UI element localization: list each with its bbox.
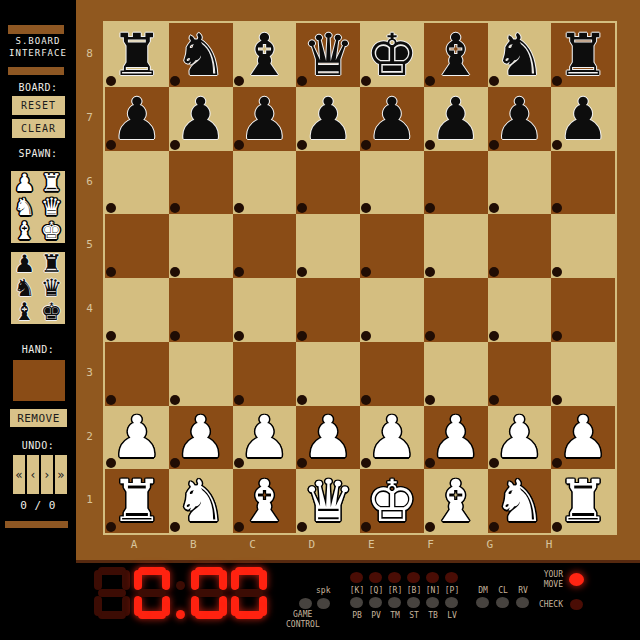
indicator-column-dm: DM (472, 571, 494, 623)
sensor-dot (361, 522, 371, 532)
square-h6[interactable] (551, 151, 615, 215)
piece-black-pawn: ♟ (366, 89, 418, 149)
file-label-e: E (361, 538, 381, 551)
rank-label-1: 1 (76, 493, 103, 506)
mode-led-lv (445, 597, 458, 608)
spawn-white-king[interactable]: ♚ (38, 219, 65, 243)
segment-e (94, 596, 102, 616)
segment-e (191, 596, 199, 616)
sensor-dot (106, 267, 116, 277)
sensor-dot (425, 331, 435, 341)
sensor-dot (489, 522, 499, 532)
segment-e (134, 596, 142, 616)
square-e6[interactable] (360, 151, 424, 215)
square-a2[interactable]: ♟ (105, 406, 169, 470)
segment-g (98, 589, 126, 597)
sensor-dot (106, 522, 116, 532)
rank-label-7: 7 (76, 111, 103, 124)
square-f2[interactable]: ♟ (424, 406, 488, 470)
file-label-h: H (539, 538, 559, 551)
sensor-dot (234, 140, 244, 150)
clock-digit-4 (231, 567, 267, 619)
your-move-label-line2: MOVE (527, 580, 563, 589)
piece-black-pawn: ♟ (557, 89, 609, 149)
spawn-white-queen[interactable]: ♛ (38, 195, 65, 219)
segment-f (191, 570, 199, 590)
square-b2[interactable]: ♟ (169, 406, 233, 470)
rank-label-4: 4 (76, 302, 103, 315)
control-panel: GAME CONTROL spk [K]PB[Q]PV[R]TM[B]ST[N]… (0, 563, 640, 640)
segment-g (138, 589, 166, 597)
divider-bar (8, 67, 64, 75)
rank-label-6: 6 (76, 175, 103, 188)
mode-led-cl (496, 597, 509, 608)
piece-white-bishop: ♝ (430, 471, 482, 531)
sensor-dot (361, 203, 371, 213)
square-h3[interactable] (551, 342, 615, 406)
piece-glyph: ♟ (14, 252, 36, 276)
square-b5[interactable] (169, 214, 233, 278)
square-f4[interactable] (424, 278, 488, 342)
piece-glyph: ♟ (14, 171, 36, 195)
sensor-dot (425, 140, 435, 150)
spawn-black-pawn[interactable]: ♟ (11, 252, 38, 276)
segment-d (195, 611, 223, 619)
segment-e (231, 596, 239, 616)
square-h5[interactable] (551, 214, 615, 278)
sensor-dot (425, 267, 435, 277)
clock-digit-1 (94, 567, 130, 619)
board-frame: ♜♞♝♛♚♝♞♜♟♟♟♟♟♟♟♟♟♟♟♟♟♟♟♟♜♞♝♛♚♝♞♜ 8765432… (76, 0, 640, 560)
piece-white-pawn: ♟ (493, 407, 545, 467)
square-f6[interactable] (424, 151, 488, 215)
piece-white-knight: ♞ (175, 471, 227, 531)
spawn-black-knight[interactable]: ♞ (11, 276, 38, 300)
sensor-dot (170, 331, 180, 341)
mode-led-st (407, 597, 420, 608)
game-control-led (299, 598, 312, 609)
square-d4[interactable] (296, 278, 360, 342)
segment-d (235, 611, 263, 619)
sensor-dot (489, 267, 499, 277)
undo-last-button[interactable]: » (55, 455, 67, 494)
sensor-dot (552, 140, 562, 150)
square-g4[interactable] (488, 278, 552, 342)
file-label-d: D (302, 538, 322, 551)
rank-label-3: 3 (76, 366, 103, 379)
sensor-dot (297, 267, 307, 277)
undo-next-button[interactable]: › (41, 455, 53, 494)
square-e1[interactable]: ♚ (360, 469, 424, 533)
square-a6[interactable] (105, 151, 169, 215)
sensor-dot (425, 203, 435, 213)
square-d1[interactable]: ♛ (296, 469, 360, 533)
square-c6[interactable] (233, 151, 297, 215)
square-g8[interactable]: ♞ (488, 23, 552, 87)
spawn-white-rook[interactable]: ♜ (38, 171, 65, 195)
square-d3[interactable] (296, 342, 360, 406)
segment-b (122, 570, 130, 590)
segment-b (162, 570, 170, 590)
piece-white-pawn: ♟ (430, 407, 482, 467)
spawn-palette-black: ♟♜♞♛♝♚ (11, 252, 65, 324)
square-d8[interactable]: ♛ (296, 23, 360, 87)
spawn-white-knight[interactable]: ♞ (11, 195, 38, 219)
piece-black-pawn: ♟ (111, 89, 163, 149)
app-title-line2: INTERFACE (0, 48, 76, 58)
sensor-dot (489, 203, 499, 213)
square-c3[interactable] (233, 342, 297, 406)
square-b6[interactable] (169, 151, 233, 215)
square-e7[interactable]: ♟ (360, 87, 424, 151)
piece-glyph: ♜ (41, 171, 63, 195)
sensor-dot (170, 267, 180, 277)
speaker-led (317, 598, 330, 609)
spawn-black-queen[interactable]: ♛ (38, 276, 65, 300)
divider-bar (5, 521, 68, 528)
square-e3[interactable] (360, 342, 424, 406)
segment-f (94, 570, 102, 590)
file-label-a: A (124, 538, 144, 551)
piece-led-b (407, 572, 420, 583)
piece-glyph: ♞ (14, 195, 36, 219)
segment-g (235, 589, 263, 597)
sensor-dot (170, 203, 180, 213)
segment-g (195, 589, 223, 597)
square-e4[interactable] (360, 278, 424, 342)
sensor-dot (234, 267, 244, 277)
sensor-dot (552, 203, 562, 213)
sensor-dot (106, 331, 116, 341)
piece-white-pawn: ♟ (302, 407, 354, 467)
decimal-point-dot (176, 610, 185, 619)
spawn-section-label: SPAWN: (0, 148, 76, 159)
piece-led-q (369, 572, 382, 583)
square-b8[interactable]: ♞ (169, 23, 233, 87)
square-d2[interactable]: ♟ (296, 406, 360, 470)
square-a3[interactable] (105, 342, 169, 406)
square-g1[interactable]: ♞ (488, 469, 552, 533)
game-control-label-line1: GAME (293, 610, 312, 619)
square-c8[interactable]: ♝ (233, 23, 297, 87)
square-c1[interactable]: ♝ (233, 469, 297, 533)
sensor-dot (297, 203, 307, 213)
piece-led-p (445, 572, 458, 583)
square-f7[interactable]: ♟ (424, 87, 488, 151)
divider-bar (8, 25, 64, 34)
sidebar: S.BOARD INTERFACE BOARD: RESET CLEAR SPA… (0, 0, 76, 640)
game-control-label-line2: CONTROL (286, 620, 320, 629)
piece-black-pawn: ♟ (175, 89, 227, 149)
square-f5[interactable] (424, 214, 488, 278)
check-led (570, 599, 583, 610)
square-h7[interactable]: ♟ (551, 87, 615, 151)
spawn-palette-white: ♟♜♞♛♝♚ (11, 171, 65, 243)
square-g3[interactable] (488, 342, 552, 406)
segment-f (134, 570, 142, 590)
square-c2[interactable]: ♟ (233, 406, 297, 470)
square-e2[interactable]: ♟ (360, 406, 424, 470)
file-label-g: G (480, 538, 500, 551)
rank-label-5: 5 (76, 238, 103, 251)
piece-black-pawn: ♟ (302, 89, 354, 149)
square-h4[interactable] (551, 278, 615, 342)
clock-digit-2 (134, 567, 170, 619)
piece-black-pawn: ♟ (430, 89, 482, 149)
piece-led-r (388, 572, 401, 583)
piece-white-queen: ♛ (302, 471, 354, 531)
mode-label: DM (472, 586, 494, 595)
piece-white-pawn: ♟ (111, 407, 163, 467)
piece-black-king: ♚ (366, 25, 418, 85)
clear-button[interactable]: CLEAR (12, 119, 65, 138)
square-d7[interactable]: ♟ (296, 87, 360, 151)
square-e5[interactable] (360, 214, 424, 278)
square-g5[interactable] (488, 214, 552, 278)
square-f8[interactable]: ♝ (424, 23, 488, 87)
sensor-dot (106, 203, 116, 213)
piece-black-knight: ♞ (175, 25, 227, 85)
piece-led-n (426, 572, 439, 583)
piece-glyph: ♚ (41, 219, 63, 243)
mode-label: LV (441, 611, 463, 620)
sensor-dot (361, 267, 371, 277)
sensor-dot (489, 140, 499, 150)
square-b7[interactable]: ♟ (169, 87, 233, 151)
spawn-black-king[interactable]: ♚ (38, 300, 65, 324)
piece-glyph: ♛ (41, 195, 63, 219)
square-h1[interactable]: ♜ (551, 469, 615, 533)
piece-black-rook: ♜ (557, 25, 609, 85)
undo-controls: «‹›» (13, 455, 67, 494)
piece-white-pawn: ♟ (175, 407, 227, 467)
piece-glyph: ♛ (41, 276, 63, 300)
clock-display (94, 567, 267, 619)
undo-prev-button[interactable]: ‹ (27, 455, 39, 494)
piece-led-k (350, 572, 363, 583)
square-h2[interactable]: ♟ (551, 406, 615, 470)
piece-black-knight: ♞ (493, 25, 545, 85)
your-move-label-line1: YOUR (527, 570, 563, 579)
square-g2[interactable]: ♟ (488, 406, 552, 470)
square-g6[interactable] (488, 151, 552, 215)
sensor-dot (361, 140, 371, 150)
segment-d (98, 611, 126, 619)
piece-glyph: ♝ (14, 300, 36, 324)
square-a5[interactable] (105, 214, 169, 278)
rank-label-2: 2 (76, 430, 103, 443)
file-label-f: F (421, 538, 441, 551)
square-d5[interactable] (296, 214, 360, 278)
sensor-dot (170, 140, 180, 150)
spawn-black-rook[interactable]: ♜ (38, 252, 65, 276)
square-a4[interactable] (105, 278, 169, 342)
square-c7[interactable]: ♟ (233, 87, 297, 151)
sensor-board-interface: S.BOARD INTERFACE BOARD: RESET CLEAR SPA… (0, 0, 640, 640)
segment-b (219, 570, 227, 590)
square-b1[interactable]: ♞ (169, 469, 233, 533)
sensor-dot (489, 331, 499, 341)
undo-section-label: UNDO: (0, 440, 76, 451)
piece-white-bishop: ♝ (238, 471, 290, 531)
your-move-led (569, 573, 584, 586)
file-label-b: B (183, 538, 203, 551)
square-c5[interactable] (233, 214, 297, 278)
piece-label: [P] (441, 586, 463, 595)
piece-black-queen: ♛ (302, 25, 354, 85)
clock-digit-3 (191, 567, 227, 619)
remove-button[interactable]: REMOVE (10, 409, 67, 427)
piece-white-king: ♚ (366, 471, 418, 531)
piece-glyph: ♝ (14, 219, 36, 243)
mode-led-tb (426, 597, 439, 608)
clock-colon (174, 567, 187, 619)
spawn-black-bishop[interactable]: ♝ (11, 300, 38, 324)
file-label-c: C (243, 538, 263, 551)
square-b3[interactable] (169, 342, 233, 406)
square-f1[interactable]: ♝ (424, 469, 488, 533)
piece-white-rook: ♜ (557, 471, 609, 531)
square-h8[interactable]: ♜ (551, 23, 615, 87)
sensor-dot (297, 331, 307, 341)
segment-f (231, 570, 239, 590)
segment-d (138, 611, 166, 619)
undo-counter: 0 / 0 (0, 499, 76, 512)
square-c4[interactable] (233, 278, 297, 342)
indicator-column-lv: [P]LV (441, 571, 463, 623)
square-f3[interactable] (424, 342, 488, 406)
sensor-dot (170, 522, 180, 532)
spawn-white-pawn[interactable]: ♟ (11, 171, 38, 195)
piece-white-rook: ♜ (111, 471, 163, 531)
undo-first-button[interactable]: « (13, 455, 25, 494)
board-grid: ♜♞♝♛♚♝♞♜♟♟♟♟♟♟♟♟♟♟♟♟♟♟♟♟♜♞♝♛♚♝♞♜ (103, 21, 617, 535)
piece-black-pawn: ♟ (493, 89, 545, 149)
square-a8[interactable]: ♜ (105, 23, 169, 87)
mode-label: CL (492, 586, 514, 595)
square-d6[interactable] (296, 151, 360, 215)
spawn-white-bishop[interactable]: ♝ (11, 219, 38, 243)
piece-white-knight: ♞ (493, 471, 545, 531)
sensor-dot (234, 522, 244, 532)
sensor-dot (234, 331, 244, 341)
rank-label-8: 8 (76, 47, 103, 60)
square-a1[interactable]: ♜ (105, 469, 169, 533)
piece-glyph: ♜ (41, 252, 63, 276)
indicator-column-cl: CL (492, 571, 514, 623)
piece-black-rook: ♜ (111, 25, 163, 85)
sensor-dot (552, 267, 562, 277)
colon-top-dot (176, 581, 185, 590)
segment-b (259, 570, 267, 590)
sensor-dot (106, 140, 116, 150)
piece-black-bishop: ♝ (430, 25, 482, 85)
mode-led-pb (350, 597, 363, 608)
piece-black-bishop: ♝ (238, 25, 290, 85)
sensor-dot (425, 522, 435, 532)
hand-section-label: HAND: (0, 344, 76, 355)
sensor-dot (361, 331, 371, 341)
piece-white-pawn: ♟ (557, 407, 609, 467)
sensor-dot (552, 331, 562, 341)
piece-glyph: ♞ (14, 276, 36, 300)
hand-slot (13, 360, 65, 401)
piece-white-pawn: ♟ (366, 407, 418, 467)
check-label: CHECK (527, 600, 563, 609)
piece-glyph: ♚ (41, 300, 63, 324)
sensor-dot (297, 140, 307, 150)
mode-led-tm (388, 597, 401, 608)
sensor-dot (234, 203, 244, 213)
piece-white-pawn: ♟ (238, 407, 290, 467)
speaker-label: spk (316, 586, 330, 595)
mode-led-pv (369, 597, 382, 608)
app-title-line1: S.BOARD (0, 36, 76, 46)
mode-led-dm (476, 597, 489, 608)
square-g7[interactable]: ♟ (488, 87, 552, 151)
reset-button[interactable]: RESET (12, 96, 65, 115)
square-b4[interactable] (169, 278, 233, 342)
board-section-label: BOARD: (0, 82, 76, 93)
square-e8[interactable]: ♚ (360, 23, 424, 87)
square-a7[interactable]: ♟ (105, 87, 169, 151)
piece-black-pawn: ♟ (238, 89, 290, 149)
